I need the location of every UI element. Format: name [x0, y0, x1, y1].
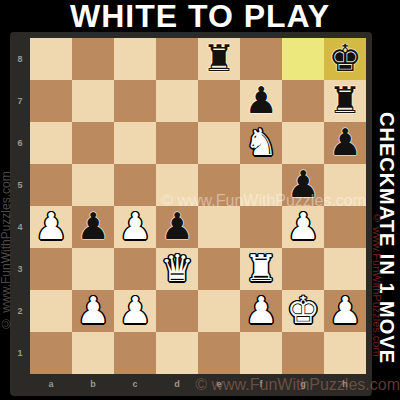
file-label-g: g — [282, 374, 324, 396]
piece-white-pawn[interactable]: ♟ — [118, 290, 151, 332]
rank-label-1: 1 — [10, 332, 30, 374]
square-h5[interactable] — [324, 164, 366, 206]
square-h6[interactable]: ♟ — [324, 122, 366, 164]
square-e7[interactable] — [198, 80, 240, 122]
square-a4[interactable]: ♟ — [30, 206, 72, 248]
square-d1[interactable] — [156, 332, 198, 374]
square-d2[interactable] — [156, 290, 198, 332]
rank-label-5: 5 — [10, 164, 30, 206]
square-g7[interactable] — [282, 80, 324, 122]
square-f7[interactable]: ♟ — [240, 80, 282, 122]
rank-label-6: 6 — [10, 122, 30, 164]
square-a3[interactable] — [30, 248, 72, 290]
square-b3[interactable] — [72, 248, 114, 290]
file-label-e: e — [198, 374, 240, 396]
square-e3[interactable] — [198, 248, 240, 290]
square-h2[interactable]: ♟ — [324, 290, 366, 332]
piece-black-pawn[interactable]: ♟ — [160, 206, 193, 248]
square-g6[interactable] — [282, 122, 324, 164]
piece-white-king[interactable]: ♚ — [286, 290, 319, 332]
square-c7[interactable] — [114, 80, 156, 122]
square-f5[interactable] — [240, 164, 282, 206]
title-banner: WHITE TO PLAY — [0, 0, 400, 32]
file-label-f: f — [240, 374, 282, 396]
rank-label-3: 3 — [10, 248, 30, 290]
square-f3[interactable]: ♜ — [240, 248, 282, 290]
board: ♜♚♟♜♞♟♟♟♟♟♟♟♛♜♟♟♟♚♟ — [30, 38, 366, 374]
square-e8[interactable]: ♜ — [198, 38, 240, 80]
rank-label-8: 8 — [10, 38, 30, 80]
square-d3[interactable]: ♛ — [156, 248, 198, 290]
piece-black-pawn[interactable]: ♟ — [76, 206, 109, 248]
piece-black-pawn[interactable]: ♟ — [244, 80, 277, 122]
square-g5[interactable]: ♟ — [282, 164, 324, 206]
square-e5[interactable] — [198, 164, 240, 206]
square-c1[interactable] — [114, 332, 156, 374]
piece-white-pawn[interactable]: ♟ — [76, 290, 109, 332]
file-label-h: h — [324, 374, 366, 396]
rank-label-7: 7 — [10, 80, 30, 122]
piece-white-knight[interactable]: ♞ — [244, 122, 277, 164]
piece-white-pawn[interactable]: ♟ — [244, 290, 277, 332]
square-d7[interactable] — [156, 80, 198, 122]
square-c2[interactable]: ♟ — [114, 290, 156, 332]
square-a8[interactable] — [30, 38, 72, 80]
side-banner-text: CHECKMATE IN 1 MOVE — [375, 112, 398, 400]
piece-white-queen[interactable]: ♛ — [160, 248, 193, 290]
piece-white-pawn[interactable]: ♟ — [328, 290, 361, 332]
side-banner: CHECKMATE IN 1 MOVE — [372, 0, 400, 400]
square-c3[interactable] — [114, 248, 156, 290]
square-b2[interactable]: ♟ — [72, 290, 114, 332]
square-h7[interactable]: ♜ — [324, 80, 366, 122]
piece-black-king[interactable]: ♚ — [328, 38, 361, 80]
square-a5[interactable] — [30, 164, 72, 206]
square-g8[interactable] — [282, 38, 324, 80]
square-a6[interactable] — [30, 122, 72, 164]
square-d5[interactable] — [156, 164, 198, 206]
square-a7[interactable] — [30, 80, 72, 122]
file-label-d: d — [156, 374, 198, 396]
rank-label-4: 4 — [10, 206, 30, 248]
square-d6[interactable] — [156, 122, 198, 164]
square-e1[interactable] — [198, 332, 240, 374]
rank-labels: 87654321 — [10, 38, 30, 374]
square-h1[interactable] — [324, 332, 366, 374]
square-c6[interactable] — [114, 122, 156, 164]
square-g1[interactable] — [282, 332, 324, 374]
square-f8[interactable] — [240, 38, 282, 80]
square-f6[interactable]: ♞ — [240, 122, 282, 164]
square-b1[interactable] — [72, 332, 114, 374]
square-e2[interactable] — [198, 290, 240, 332]
square-f4[interactable] — [240, 206, 282, 248]
piece-black-pawn[interactable]: ♟ — [328, 122, 361, 164]
piece-white-pawn[interactable]: ♟ — [286, 206, 319, 248]
piece-white-pawn[interactable]: ♟ — [34, 206, 67, 248]
square-g2[interactable]: ♚ — [282, 290, 324, 332]
square-f1[interactable] — [240, 332, 282, 374]
square-e4[interactable] — [198, 206, 240, 248]
square-b4[interactable]: ♟ — [72, 206, 114, 248]
square-f2[interactable]: ♟ — [240, 290, 282, 332]
piece-black-pawn[interactable]: ♟ — [286, 164, 319, 206]
square-b6[interactable] — [72, 122, 114, 164]
square-g4[interactable]: ♟ — [282, 206, 324, 248]
square-a2[interactable] — [30, 290, 72, 332]
puzzle-canvas: WHITE TO PLAY 87654321 ♜♚♟♜♞♟♟♟♟♟♟♟♛♜♟♟♟… — [0, 0, 400, 400]
square-e6[interactable] — [198, 122, 240, 164]
piece-black-rook[interactable]: ♜ — [328, 80, 361, 122]
file-label-a: a — [30, 374, 72, 396]
square-c8[interactable] — [114, 38, 156, 80]
board-frame: 87654321 ♜♚♟♜♞♟♟♟♟♟♟♟♛♜♟♟♟♚♟ abcdefgh — [10, 32, 372, 396]
square-b5[interactable] — [72, 164, 114, 206]
square-a1[interactable] — [30, 332, 72, 374]
file-labels: abcdefgh — [30, 374, 366, 396]
square-h3[interactable] — [324, 248, 366, 290]
square-c4[interactable]: ♟ — [114, 206, 156, 248]
square-g3[interactable] — [282, 248, 324, 290]
file-label-c: c — [114, 374, 156, 396]
piece-white-rook[interactable]: ♜ — [244, 248, 277, 290]
square-b7[interactable] — [72, 80, 114, 122]
square-h8[interactable]: ♚ — [324, 38, 366, 80]
rank-label-2: 2 — [10, 290, 30, 332]
piece-black-rook[interactable]: ♜ — [202, 38, 235, 80]
square-h4[interactable] — [324, 206, 366, 248]
square-d8[interactable] — [156, 38, 198, 80]
square-c5[interactable] — [114, 164, 156, 206]
square-b8[interactable] — [72, 38, 114, 80]
title-text: WHITE TO PLAY — [70, 1, 330, 31]
square-d4[interactable]: ♟ — [156, 206, 198, 248]
file-label-b: b — [72, 374, 114, 396]
piece-white-pawn[interactable]: ♟ — [118, 206, 151, 248]
